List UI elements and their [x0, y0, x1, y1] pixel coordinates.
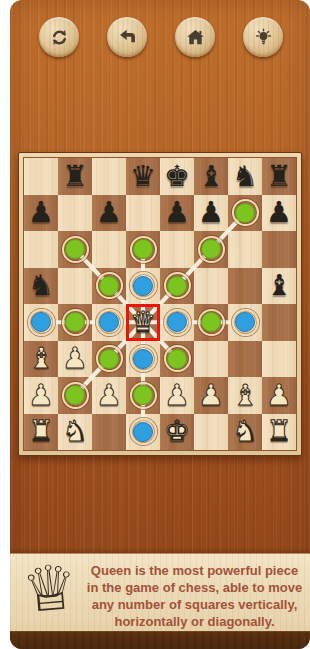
move-dot-green-c5[interactable]: [96, 272, 123, 299]
piece-white-bishop-a3[interactable]: ♝: [24, 341, 58, 378]
queen-outline-icon: ♕: [19, 548, 81, 631]
square-b5[interactable]: [58, 268, 92, 305]
tutorial-banner: ♕ Queen is the most powerful piece in th…: [10, 553, 310, 632]
piece-white-pawn-a2[interactable]: ♟: [24, 377, 58, 414]
square-g5[interactable]: [228, 268, 262, 305]
square-f1[interactable]: [194, 414, 228, 451]
move-dot-blue-d5[interactable]: [130, 272, 157, 299]
move-dot-green-c3[interactable]: [96, 345, 123, 372]
square-h3[interactable]: [262, 341, 296, 378]
square-c8[interactable]: [92, 158, 126, 195]
square-f5[interactable]: [194, 268, 228, 305]
tutorial-line-3: any number of squares vertically,: [92, 597, 298, 612]
square-h6[interactable]: [262, 231, 296, 268]
move-dot-green-b4[interactable]: [62, 309, 89, 336]
tutorial-line-2: in the game of chess, able to move: [87, 580, 302, 595]
tutorial-line-1: Queen is the most powerful piece: [91, 563, 298, 578]
square-d7[interactable]: [126, 195, 160, 232]
move-dot-green-e3[interactable]: [164, 345, 191, 372]
piece-white-pawn-h2[interactable]: ♟: [262, 377, 296, 414]
square-g6[interactable]: [228, 231, 262, 268]
piece-black-pawn-h7[interactable]: ♟: [262, 195, 296, 232]
move-dot-green-g7[interactable]: [232, 199, 259, 226]
square-a6[interactable]: [24, 231, 58, 268]
undo-icon: [117, 27, 138, 48]
square-c6[interactable]: [92, 231, 126, 268]
chess-board: ♜♛♚♝♞♜♟♟♟♟♟♞♝♛♝♟♟♟♟♟♝♟♜♞♚♞♜: [18, 152, 302, 456]
piece-black-king-e8[interactable]: ♚: [160, 158, 194, 195]
move-dot-blue-g4[interactable]: [232, 309, 259, 336]
move-dot-green-d6[interactable]: [130, 236, 157, 263]
piece-black-pawn-f7[interactable]: ♟: [194, 195, 228, 232]
piece-white-rook-a1[interactable]: ♜: [24, 414, 58, 451]
square-h4[interactable]: [262, 304, 296, 341]
piece-black-bishop-f8[interactable]: ♝: [194, 158, 228, 195]
square-c1[interactable]: [92, 414, 126, 451]
move-dot-green-e5[interactable]: [164, 272, 191, 299]
piece-white-pawn-c2[interactable]: ♟: [92, 377, 126, 414]
piece-white-queen-d4[interactable]: ♛: [126, 304, 160, 341]
move-dot-blue-a4[interactable]: [28, 309, 55, 336]
bottom-wood-strip: [10, 631, 310, 649]
move-dot-blue-d3[interactable]: [130, 345, 157, 372]
move-dot-blue-e4[interactable]: [164, 309, 191, 336]
hint-button[interactable]: [243, 17, 283, 57]
home-icon: [185, 27, 206, 48]
piece-black-queen-d8[interactable]: ♛: [126, 158, 160, 195]
board-squares-area: ♜♛♚♝♞♜♟♟♟♟♟♞♝♛♝♟♟♟♟♟♝♟♜♞♚♞♜: [24, 158, 296, 450]
move-dot-blue-c4[interactable]: [96, 309, 123, 336]
move-dot-green-b2[interactable]: [62, 382, 89, 409]
move-dot-green-f4[interactable]: [198, 309, 225, 336]
move-dot-blue-d1[interactable]: [130, 418, 157, 445]
square-f3[interactable]: [194, 341, 228, 378]
app-screen: ♜♛♚♝♞♜♟♟♟♟♟♞♝♛♝♟♟♟♟♟♝♟♜♞♚♞♜ ♕ Queen is t…: [10, 0, 310, 649]
piece-white-pawn-b3[interactable]: ♟: [58, 341, 92, 378]
piece-black-knight-g8[interactable]: ♞: [228, 158, 262, 195]
piece-black-pawn-a7[interactable]: ♟: [24, 195, 58, 232]
restart-button[interactable]: [39, 17, 79, 57]
tutorial-text: Queen is the most powerful piece in the …: [84, 562, 305, 630]
piece-black-bishop-h5[interactable]: ♝: [262, 268, 296, 305]
piece-white-rook-h1[interactable]: ♜: [262, 414, 296, 451]
square-a8[interactable]: [24, 158, 58, 195]
tutorial-line-4: horizontally or diagonally.: [114, 614, 274, 629]
piece-white-pawn-e2[interactable]: ♟: [160, 377, 194, 414]
move-dot-green-d2[interactable]: [130, 382, 157, 409]
piece-white-king-e1[interactable]: ♚: [160, 414, 194, 451]
square-g3[interactable]: [228, 341, 262, 378]
piece-black-pawn-e7[interactable]: ♟: [160, 195, 194, 232]
piece-black-pawn-c7[interactable]: ♟: [92, 195, 126, 232]
square-b7[interactable]: [58, 195, 92, 232]
lightbulb-icon: [253, 27, 274, 48]
move-dot-green-b6[interactable]: [62, 236, 89, 263]
move-dot-green-f6[interactable]: [198, 236, 225, 263]
piece-white-bishop-g2[interactable]: ♝: [228, 377, 262, 414]
piece-black-rook-b8[interactable]: ♜: [58, 158, 92, 195]
undo-button[interactable]: [107, 17, 147, 57]
piece-black-rook-h8[interactable]: ♜: [262, 158, 296, 195]
piece-white-knight-b1[interactable]: ♞: [58, 414, 92, 451]
piece-black-knight-a5[interactable]: ♞: [24, 268, 58, 305]
refresh-icon: [49, 27, 70, 48]
piece-white-pawn-f2[interactable]: ♟: [194, 377, 228, 414]
piece-white-knight-g1[interactable]: ♞: [228, 414, 262, 451]
home-button[interactable]: [175, 17, 215, 57]
square-e6[interactable]: [160, 231, 194, 268]
